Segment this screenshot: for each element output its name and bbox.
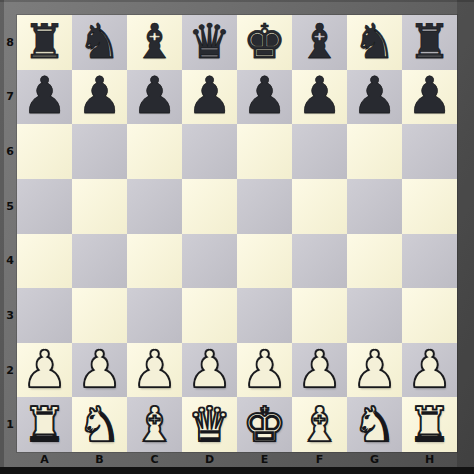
white-rook-h1: ♜ — [408, 400, 451, 448]
square-b7[interactable]: ♟ — [72, 70, 127, 125]
black-pawn-a7: ♟ — [22, 70, 68, 121]
square-g1[interactable]: ♞ — [347, 397, 402, 452]
file-label-b: B — [72, 452, 127, 467]
square-f4[interactable] — [292, 234, 347, 289]
square-f6[interactable] — [292, 124, 347, 179]
white-pawn-f2: ♟ — [297, 344, 343, 395]
square-d8[interactable]: ♛ — [182, 15, 237, 70]
file-label-g: G — [347, 452, 402, 467]
black-knight-b8: ♞ — [78, 17, 121, 65]
square-b2[interactable]: ♟ — [72, 343, 127, 398]
square-c5[interactable] — [127, 179, 182, 234]
rank-label-1: 1 — [0, 397, 17, 452]
square-c2[interactable]: ♟ — [127, 343, 182, 398]
square-a3[interactable] — [17, 288, 72, 343]
rank-label-8: 8 — [0, 15, 17, 70]
file-label-e: E — [237, 452, 292, 467]
black-pawn-h7: ♟ — [407, 70, 453, 121]
square-h1[interactable]: ♜ — [402, 397, 457, 452]
white-rook-a1: ♜ — [23, 400, 66, 448]
square-h3[interactable] — [402, 288, 457, 343]
file-label-f: F — [292, 452, 347, 467]
white-pawn-e2: ♟ — [242, 344, 288, 395]
white-king-e1: ♚ — [243, 400, 286, 448]
square-b1[interactable]: ♞ — [72, 397, 127, 452]
rank-labels: 87654321 — [0, 15, 17, 452]
square-e3[interactable] — [237, 288, 292, 343]
white-pawn-c2: ♟ — [132, 344, 178, 395]
rank-label-5: 5 — [0, 179, 17, 234]
square-f5[interactable] — [292, 179, 347, 234]
square-b8[interactable]: ♞ — [72, 15, 127, 70]
square-e5[interactable] — [237, 179, 292, 234]
white-pawn-h2: ♟ — [407, 344, 453, 395]
square-e7[interactable]: ♟ — [237, 70, 292, 125]
square-h8[interactable]: ♜ — [402, 15, 457, 70]
white-knight-g1: ♞ — [353, 400, 396, 448]
square-a2[interactable]: ♟ — [17, 343, 72, 398]
square-a7[interactable]: ♟ — [17, 70, 72, 125]
rank-label-6: 6 — [0, 124, 17, 179]
square-d5[interactable] — [182, 179, 237, 234]
square-f2[interactable]: ♟ — [292, 343, 347, 398]
chess-board: ♜♞♝♛♚♝♞♜♟♟♟♟♟♟♟♟♟♟♟♟♟♟♟♟♜♞♝♛♚♝♞♜ — [17, 15, 457, 452]
square-c4[interactable] — [127, 234, 182, 289]
black-king-e8: ♚ — [243, 17, 286, 65]
black-rook-a8: ♜ — [23, 17, 66, 65]
white-bishop-f1: ♝ — [298, 400, 341, 448]
rank-label-7: 7 — [0, 70, 17, 125]
white-bishop-c1: ♝ — [133, 400, 176, 448]
file-label-h: H — [402, 452, 457, 467]
square-g3[interactable] — [347, 288, 402, 343]
black-pawn-d7: ♟ — [187, 70, 233, 121]
black-bishop-c8: ♝ — [133, 17, 176, 65]
black-knight-g8: ♞ — [353, 17, 396, 65]
black-rook-h8: ♜ — [408, 17, 451, 65]
square-e4[interactable] — [237, 234, 292, 289]
square-b3[interactable] — [72, 288, 127, 343]
file-label-a: A — [17, 452, 72, 467]
white-pawn-b2: ♟ — [77, 344, 123, 395]
square-g5[interactable] — [347, 179, 402, 234]
square-f1[interactable]: ♝ — [292, 397, 347, 452]
black-pawn-e7: ♟ — [242, 70, 288, 121]
square-h4[interactable] — [402, 234, 457, 289]
square-f7[interactable]: ♟ — [292, 70, 347, 125]
black-queen-d8: ♛ — [188, 17, 231, 65]
black-pawn-c7: ♟ — [132, 70, 178, 121]
white-pawn-d2: ♟ — [187, 344, 233, 395]
white-queen-d1: ♛ — [188, 400, 231, 448]
white-knight-b1: ♞ — [78, 400, 121, 448]
square-g8[interactable]: ♞ — [347, 15, 402, 70]
black-bishop-f8: ♝ — [298, 17, 341, 65]
black-pawn-g7: ♟ — [352, 70, 398, 121]
square-h7[interactable]: ♟ — [402, 70, 457, 125]
rank-label-4: 4 — [0, 234, 17, 289]
square-f8[interactable]: ♝ — [292, 15, 347, 70]
square-c3[interactable] — [127, 288, 182, 343]
square-g2[interactable]: ♟ — [347, 343, 402, 398]
frame-edge-right — [457, 0, 474, 467]
square-a5[interactable] — [17, 179, 72, 234]
square-d4[interactable] — [182, 234, 237, 289]
square-d6[interactable] — [182, 124, 237, 179]
black-pawn-b7: ♟ — [77, 70, 123, 121]
frame-edge-top — [0, 0, 474, 2]
square-b5[interactable] — [72, 179, 127, 234]
rank-label-2: 2 — [0, 343, 17, 398]
white-pawn-a2: ♟ — [22, 344, 68, 395]
square-c7[interactable]: ♟ — [127, 70, 182, 125]
rank-label-3: 3 — [0, 288, 17, 343]
square-a4[interactable] — [17, 234, 72, 289]
square-a6[interactable] — [17, 124, 72, 179]
square-b4[interactable] — [72, 234, 127, 289]
file-labels: ABCDEFGH — [17, 452, 457, 467]
square-e6[interactable] — [237, 124, 292, 179]
square-c1[interactable]: ♝ — [127, 397, 182, 452]
file-label-d: D — [182, 452, 237, 467]
square-d3[interactable] — [182, 288, 237, 343]
square-g4[interactable] — [347, 234, 402, 289]
square-a8[interactable]: ♜ — [17, 15, 72, 70]
square-e8[interactable]: ♚ — [237, 15, 292, 70]
square-e1[interactable]: ♚ — [237, 397, 292, 452]
square-c8[interactable]: ♝ — [127, 15, 182, 70]
square-h2[interactable]: ♟ — [402, 343, 457, 398]
square-a1[interactable]: ♜ — [17, 397, 72, 452]
square-e2[interactable]: ♟ — [237, 343, 292, 398]
square-g7[interactable]: ♟ — [347, 70, 402, 125]
square-d7[interactable]: ♟ — [182, 70, 237, 125]
square-b6[interactable] — [72, 124, 127, 179]
square-h5[interactable] — [402, 179, 457, 234]
square-h6[interactable] — [402, 124, 457, 179]
frame-edge-bottom — [0, 467, 474, 474]
square-f3[interactable] — [292, 288, 347, 343]
square-g6[interactable] — [347, 124, 402, 179]
square-d1[interactable]: ♛ — [182, 397, 237, 452]
chess-board-frame: ♜♞♝♛♚♝♞♜♟♟♟♟♟♟♟♟♟♟♟♟♟♟♟♟♜♞♝♛♚♝♞♜ 8765432… — [0, 0, 474, 474]
square-c6[interactable] — [127, 124, 182, 179]
file-label-c: C — [127, 452, 182, 467]
square-d2[interactable]: ♟ — [182, 343, 237, 398]
white-pawn-g2: ♟ — [352, 344, 398, 395]
black-pawn-f7: ♟ — [297, 70, 343, 121]
